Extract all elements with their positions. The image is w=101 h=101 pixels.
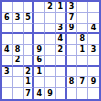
cell-r9c1[interactable] [2, 88, 13, 99]
cell-r4c1[interactable] [2, 34, 13, 45]
cell-r9c3: 7 [24, 88, 35, 99]
cell-r2c3: 5 [24, 13, 35, 24]
cell-r1c1[interactable] [2, 2, 13, 13]
cell-r5c1: 4 [2, 45, 13, 56]
cell-r8c1[interactable] [2, 77, 13, 88]
cell-r7c3: 2 [24, 67, 35, 78]
cell-r5c9: 3 [88, 45, 99, 56]
cell-r4c9[interactable] [88, 34, 99, 45]
cell-r3c9: 4 [88, 24, 99, 35]
cell-r9c4: 4 [34, 88, 45, 99]
cell-r6c9[interactable] [88, 56, 99, 67]
cell-r1c3[interactable] [24, 2, 35, 13]
cell-r4c6: 4 [56, 34, 67, 45]
cell-r4c5[interactable] [45, 34, 56, 45]
cell-r8c7: 8 [67, 77, 78, 88]
cell-r6c1[interactable] [2, 56, 13, 67]
cell-r8c3: 1 [24, 77, 35, 88]
cell-r1c9[interactable] [88, 2, 99, 13]
cell-r2c8[interactable] [77, 13, 88, 24]
cell-r3c3[interactable] [24, 24, 35, 35]
cell-r8c6[interactable] [56, 77, 67, 88]
cell-r2c7: 7 [67, 13, 78, 24]
cell-r3c6: 3 [56, 24, 67, 35]
cell-r3c4[interactable] [34, 24, 45, 35]
cell-r9c9[interactable] [88, 88, 99, 99]
cell-r7c5[interactable] [45, 67, 56, 78]
cell-r1c8[interactable] [77, 2, 88, 13]
cell-r6c8[interactable] [77, 56, 88, 67]
cell-r7c8[interactable] [77, 67, 88, 78]
cell-r7c2[interactable] [13, 67, 24, 78]
cell-r9c8[interactable] [77, 88, 88, 99]
cell-r7c4: 1 [34, 67, 45, 78]
cell-r6c2: 2 [13, 56, 24, 67]
cell-r2c5[interactable] [45, 13, 56, 24]
cell-r4c4[interactable] [34, 34, 45, 45]
cell-r7c6[interactable] [56, 67, 67, 78]
cell-r6c5[interactable] [45, 56, 56, 67]
cell-r6c7[interactable] [67, 56, 78, 67]
cell-r5c8: 1 [77, 45, 88, 56]
cell-r9c2[interactable] [13, 88, 24, 99]
cell-r8c9: 9 [88, 77, 99, 88]
cell-r5c3[interactable] [24, 45, 35, 56]
cell-r9c7[interactable] [67, 88, 78, 99]
cell-r1c6: 1 [56, 2, 67, 13]
cell-r7c9[interactable] [88, 67, 99, 78]
cell-r4c3[interactable] [24, 34, 35, 45]
cell-r3c8[interactable] [77, 24, 88, 35]
cell-r2c6[interactable] [56, 13, 67, 24]
cell-r3c7: 9 [67, 24, 78, 35]
cell-r2c1: 6 [2, 13, 13, 24]
cell-r4c8: 8 [77, 34, 88, 45]
cell-r8c4[interactable] [34, 77, 45, 88]
cell-r8c2[interactable] [13, 77, 24, 88]
cell-r5c6: 2 [56, 45, 67, 56]
cell-r5c5[interactable] [45, 45, 56, 56]
cell-r5c2: 8 [13, 45, 24, 56]
cell-r1c2[interactable] [13, 2, 24, 13]
cell-r7c7[interactable] [67, 67, 78, 78]
cell-r1c5: 2 [45, 2, 56, 13]
cell-r9c6[interactable] [56, 88, 67, 99]
cell-r4c7[interactable] [67, 34, 78, 45]
cell-r2c4[interactable] [34, 13, 45, 24]
cell-r6c3[interactable] [24, 56, 35, 67]
sudoku-board: 213635739448489213263211879749 [0, 0, 101, 101]
cell-r3c1[interactable] [2, 24, 13, 35]
cell-r2c9[interactable] [88, 13, 99, 24]
cell-r2c2: 3 [13, 13, 24, 24]
cell-r8c5[interactable] [45, 77, 56, 88]
cell-r6c4: 6 [34, 56, 45, 67]
cell-r9c5: 9 [45, 88, 56, 99]
cell-r6c6[interactable] [56, 56, 67, 67]
cell-r7c1: 3 [2, 67, 13, 78]
cell-r1c7: 3 [67, 2, 78, 13]
cell-r5c7[interactable] [67, 45, 78, 56]
cell-r1c4[interactable] [34, 2, 45, 13]
cell-r3c2[interactable] [13, 24, 24, 35]
cell-r3c5[interactable] [45, 24, 56, 35]
cell-r4c2[interactable] [13, 34, 24, 45]
cell-r8c8: 7 [77, 77, 88, 88]
cell-r5c4: 9 [34, 45, 45, 56]
